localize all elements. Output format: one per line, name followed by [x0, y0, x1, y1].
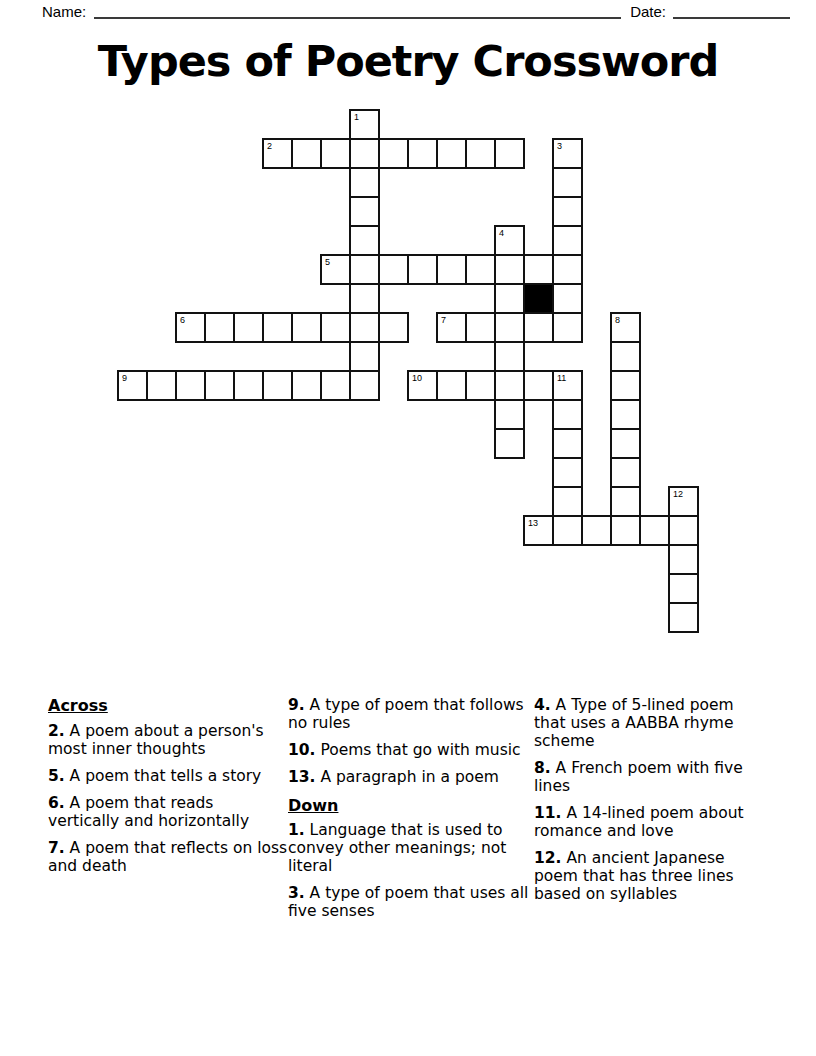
cell-number: 3 — [557, 142, 562, 151]
grid-cell[interactable] — [233, 370, 264, 401]
grid-cell[interactable] — [291, 370, 322, 401]
grid-cell[interactable] — [349, 283, 380, 314]
clue-number: 3. — [288, 884, 305, 902]
grid-cell[interactable] — [552, 312, 583, 343]
grid-cell[interactable] — [349, 138, 380, 169]
grid-cell[interactable] — [552, 283, 583, 314]
grid-cell[interactable] — [552, 515, 583, 546]
grid-cell[interactable] — [407, 254, 438, 285]
grid-cell[interactable] — [378, 254, 409, 285]
cell-number: 6 — [180, 316, 185, 325]
grid-cell[interactable]: 3 — [552, 138, 583, 169]
name-blank-line[interactable] — [94, 3, 621, 19]
clue: 10. Poems that go with music — [288, 742, 530, 760]
grid-cell[interactable] — [552, 428, 583, 459]
grid-cell[interactable] — [175, 370, 206, 401]
clue-column: 9. A type of poem that follows no rules1… — [288, 697, 530, 930]
grid-cell[interactable] — [320, 312, 351, 343]
clue-number: 9. — [288, 696, 305, 714]
clue: 6. A poem that reads vertically and hori… — [48, 795, 288, 831]
clue-number: 1. — [288, 821, 305, 839]
clue-list-heading: Across — [48, 697, 288, 715]
clue-number: 13. — [288, 768, 315, 786]
grid-cell[interactable]: 12 — [668, 486, 699, 517]
grid-cell[interactable] — [552, 225, 583, 256]
grid-cell[interactable] — [204, 312, 235, 343]
clue-number: 12. — [534, 849, 561, 867]
grid-cell[interactable] — [668, 544, 699, 575]
grid-cell[interactable] — [146, 370, 177, 401]
grid-cell[interactable] — [523, 254, 554, 285]
clue: 3. A type of poem that uses all five sen… — [288, 885, 530, 921]
grid-cell[interactable]: 2 — [262, 138, 293, 169]
name-date-header: Name: Date: — [42, 3, 790, 21]
grid-cell[interactable] — [233, 312, 264, 343]
grid-cell[interactable] — [320, 370, 351, 401]
clue-number: 10. — [288, 741, 315, 759]
grid-cell[interactable]: 1 — [349, 109, 380, 140]
grid-cell[interactable] — [552, 254, 583, 285]
grid-cell[interactable]: 10 — [407, 370, 438, 401]
clue-number: 2. — [48, 722, 65, 740]
grid-cell[interactable] — [436, 370, 467, 401]
grid-cell[interactable] — [668, 515, 699, 546]
grid-cell[interactable] — [523, 370, 554, 401]
clue-number: 6. — [48, 794, 65, 812]
clue: 1. Language that is used to convey other… — [288, 822, 530, 875]
cell-number: 1 — [354, 113, 359, 122]
grid-cell[interactable] — [349, 196, 380, 227]
clue-number: 8. — [534, 759, 551, 777]
cell-number: 5 — [325, 258, 330, 267]
grid-cell[interactable]: 8 — [610, 312, 641, 343]
grid-cell[interactable] — [552, 399, 583, 430]
clue: 13. A paragraph in a poem — [288, 769, 530, 787]
grid-cell[interactable] — [610, 428, 641, 459]
grid-cell[interactable]: 5 — [320, 254, 351, 285]
grid-cell[interactable] — [581, 515, 612, 546]
grid-cell[interactable] — [262, 312, 293, 343]
grid-cell[interactable] — [291, 312, 322, 343]
cell-number: 2 — [267, 142, 272, 151]
grid-cell[interactable] — [378, 312, 409, 343]
grid-cell[interactable] — [349, 312, 380, 343]
clue: 12. An ancient Japanese poem that has th… — [534, 850, 764, 903]
grid-cell[interactable]: 6 — [175, 312, 206, 343]
grid-cell[interactable]: 4 — [494, 225, 525, 256]
grid-cell[interactable] — [610, 486, 641, 517]
grid-cell[interactable] — [523, 312, 554, 343]
grid-cell[interactable]: 7 — [436, 312, 467, 343]
grid-cell[interactable] — [349, 225, 380, 256]
grid-cell[interactable] — [349, 254, 380, 285]
worksheet-page: Name: Date: Types of Poetry Crossword 12… — [0, 0, 816, 1056]
grid-cell[interactable] — [465, 138, 496, 169]
grid-cell[interactable] — [494, 370, 525, 401]
grid-cell[interactable] — [436, 254, 467, 285]
grid-cell[interactable] — [494, 283, 525, 314]
grid-cell[interactable] — [465, 370, 496, 401]
grid-cell[interactable] — [639, 515, 670, 546]
clue-column: Across2. A poem about a person's most in… — [48, 697, 288, 885]
clue-number: 5. — [48, 767, 65, 785]
grid-cell[interactable] — [668, 602, 699, 633]
grid-cell[interactable] — [436, 138, 467, 169]
grid-cell[interactable] — [552, 486, 583, 517]
clue-list-heading: Down — [288, 797, 530, 815]
clue: 2. A poem about a person's most inner th… — [48, 723, 288, 759]
cell-number: 9 — [122, 374, 127, 383]
clue-number: 4. — [534, 696, 551, 714]
clue: 11. A 14-lined poem about romance and lo… — [534, 805, 764, 841]
grid-cell[interactable] — [349, 370, 380, 401]
clue: 7. A poem that reflects on loss and deat… — [48, 840, 288, 876]
grid-cell[interactable] — [320, 138, 351, 169]
grid-cell[interactable] — [610, 370, 641, 401]
clue-column: 4. A Type of 5-lined poem that uses a AA… — [534, 697, 764, 913]
grid-cell[interactable] — [494, 138, 525, 169]
grid-cell[interactable] — [349, 167, 380, 198]
grid-cell[interactable] — [610, 457, 641, 488]
grid-cell[interactable] — [291, 138, 322, 169]
clue: 5. A poem that tells a story — [48, 768, 288, 786]
cell-number: 7 — [441, 316, 446, 325]
grid-cell[interactable]: 11 — [552, 370, 583, 401]
date-label: Date: — [630, 3, 666, 21]
date-blank-line[interactable] — [673, 3, 790, 19]
cell-number: 4 — [499, 229, 504, 238]
grid-cell[interactable] — [610, 515, 641, 546]
cell-number: 13 — [528, 519, 538, 528]
clue-number: 11. — [534, 804, 561, 822]
cell-number: 11 — [557, 374, 566, 383]
grid-cell[interactable] — [465, 312, 496, 343]
grid-cell[interactable] — [552, 167, 583, 198]
crossword-grid: 12345678910111213 — [117, 109, 699, 633]
black-cell — [523, 283, 554, 314]
grid-cell[interactable] — [668, 573, 699, 604]
name-label: Name: — [42, 3, 86, 21]
grid-cell[interactable] — [494, 341, 525, 372]
grid-cell[interactable] — [465, 254, 496, 285]
grid-cell[interactable] — [610, 399, 641, 430]
clue-number: 7. — [48, 839, 65, 857]
grid-cell[interactable] — [552, 196, 583, 227]
grid-cell[interactable] — [378, 138, 409, 169]
clue: 8. A French poem with five lines — [534, 760, 764, 796]
grid-cell[interactable] — [204, 370, 235, 401]
cell-number: 10 — [412, 374, 422, 383]
grid-cell[interactable] — [349, 341, 380, 372]
grid-cell[interactable] — [494, 254, 525, 285]
cell-number: 8 — [615, 316, 620, 325]
cell-number: 12 — [673, 490, 683, 499]
grid-cell[interactable] — [494, 399, 525, 430]
clue: 9. A type of poem that follows no rules — [288, 697, 530, 733]
grid-cell[interactable]: 9 — [117, 370, 148, 401]
grid-cell[interactable] — [262, 370, 293, 401]
page-title: Types of Poetry Crossword — [0, 36, 816, 86]
grid-cell[interactable]: 13 — [523, 515, 554, 546]
grid-cell[interactable] — [610, 341, 641, 372]
clue: 4. A Type of 5-lined poem that uses a AA… — [534, 697, 764, 750]
grid-cell[interactable] — [407, 138, 438, 169]
grid-cell[interactable] — [552, 457, 583, 488]
grid-cell[interactable] — [494, 428, 525, 459]
grid-cell[interactable] — [494, 312, 525, 343]
